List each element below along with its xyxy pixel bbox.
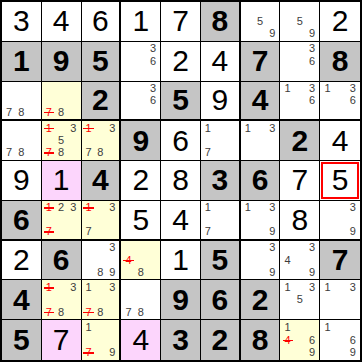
empty-mark-slot xyxy=(346,294,359,306)
candidate-8: 8 xyxy=(94,306,106,318)
cell-r9c6[interactable]: 2 xyxy=(201,320,241,360)
pencil-marks: 13578 xyxy=(43,122,80,159)
cell-r2c5[interactable]: 2 xyxy=(161,42,201,82)
solved-digit: 4 xyxy=(211,46,228,76)
cell-r1c1[interactable]: 3 xyxy=(2,2,42,42)
candidate-digit: 8 xyxy=(97,147,103,158)
given-digit: 6 xyxy=(252,165,269,195)
eliminated-candidate-digit: 7 xyxy=(46,226,52,237)
empty-mark-slot xyxy=(28,147,40,159)
pencil-marks: 36 xyxy=(122,43,159,80)
cell-r3c3[interactable]: 2 xyxy=(82,82,122,122)
candidate-digit: 1 xyxy=(324,282,330,293)
candidate-6: 6 xyxy=(306,334,318,347)
solved-digit: 9 xyxy=(13,165,30,195)
empty-mark-slot xyxy=(106,306,118,318)
candidate-4: 4 xyxy=(281,254,293,266)
candidate-digit: 3 xyxy=(269,202,275,213)
candidate-3: 3 xyxy=(306,242,318,254)
placed-digit: 7 xyxy=(53,325,70,355)
candidate-digit: 3 xyxy=(350,202,356,213)
pencil-marks: 36 xyxy=(122,83,159,119)
empty-mark-slot xyxy=(281,28,293,40)
candidate-7: 7 xyxy=(83,226,95,238)
candidate-digit: 3 xyxy=(269,242,275,253)
empty-mark-slot xyxy=(281,266,293,278)
candidate-7: 7 xyxy=(83,147,95,159)
solved-digit: 3 xyxy=(13,6,30,36)
cell-r6c3[interactable]: 137 xyxy=(82,201,122,241)
given-digit: 3 xyxy=(172,325,189,355)
given-digit: 7 xyxy=(252,46,269,76)
empty-mark-slot xyxy=(294,28,306,40)
empty-mark-slot xyxy=(321,106,334,118)
cell-r4c4[interactable]: 9 xyxy=(121,121,161,161)
cell-r5c8[interactable]: 7 xyxy=(280,161,320,201)
candidate-digit: 3 xyxy=(150,83,156,94)
candidate-digit: 7 xyxy=(6,147,12,158)
candidate-digit: 6 xyxy=(309,335,315,346)
given-digit: 9 xyxy=(172,285,189,315)
pencil-marks: 1378 xyxy=(83,122,119,159)
cell-r7c9[interactable]: 7 xyxy=(320,241,360,281)
empty-mark-slot xyxy=(214,147,226,159)
candidate-1: 1 xyxy=(321,83,334,95)
empty-mark-slot xyxy=(135,55,147,67)
empty-mark-slot xyxy=(226,147,238,159)
cell-r1c6[interactable]: 8 xyxy=(201,2,241,42)
empty-mark-slot xyxy=(294,3,306,15)
empty-mark-slot xyxy=(294,254,306,266)
candidate-digit: 3 xyxy=(70,202,76,213)
cell-r9c8[interactable]: 1469 xyxy=(280,320,320,360)
empty-mark-slot xyxy=(281,294,293,306)
candidate-8: 8 xyxy=(15,147,27,159)
eliminated-candidate-1: 1 xyxy=(43,202,55,214)
pencil-marks: 1469 xyxy=(281,321,318,359)
solved-digit: 8 xyxy=(172,165,189,195)
cell-r7c4[interactable]: 48 xyxy=(121,241,161,281)
empty-mark-slot xyxy=(28,83,40,95)
cell-r8c8[interactable]: 135 xyxy=(280,280,320,320)
candidate-3: 3 xyxy=(266,122,278,134)
empty-mark-slot xyxy=(135,242,147,254)
candidate-digit: 1 xyxy=(205,202,211,213)
cell-r8c7[interactable]: 2 xyxy=(241,280,281,320)
candidate-digit: 7 xyxy=(85,226,91,237)
empty-mark-slot xyxy=(147,266,159,278)
candidate-digit: 7 xyxy=(6,107,12,118)
candidate-digit: 8 xyxy=(138,307,144,318)
empty-mark-slot xyxy=(294,266,306,278)
empty-mark-slot xyxy=(321,306,334,318)
candidate-2: 2 xyxy=(55,202,67,214)
empty-mark-slot xyxy=(254,28,266,40)
cell-r5c2[interactable]: 1 xyxy=(42,161,82,201)
candidate-digit: 9 xyxy=(309,267,315,278)
candidate-1: 1 xyxy=(242,122,254,134)
cell-r1c4[interactable]: 1 xyxy=(121,2,161,42)
empty-mark-slot xyxy=(28,94,40,106)
pencil-marks: 135 xyxy=(281,281,318,318)
candidate-digit: 8 xyxy=(58,307,64,318)
pencil-marks: 59 xyxy=(281,3,318,40)
given-digit: 5 xyxy=(172,85,189,115)
empty-mark-slot xyxy=(346,214,359,226)
solved-digit: 7 xyxy=(172,6,189,36)
empty-mark-slot xyxy=(346,321,359,334)
candidate-5: 5 xyxy=(254,15,266,27)
candidate-digit: 1 xyxy=(85,322,91,333)
cell-r6c4[interactable]: 5 xyxy=(121,201,161,241)
cell-r8c4[interactable]: 78 xyxy=(121,280,161,320)
cell-r7c8[interactable]: 349 xyxy=(280,241,320,281)
cell-r4c6[interactable]: 17 xyxy=(201,121,241,161)
cell-r2c8[interactable]: 36 xyxy=(280,42,320,82)
empty-mark-slot xyxy=(254,3,266,15)
empty-mark-slot xyxy=(135,67,147,79)
cell-r7c3[interactable]: 389 xyxy=(82,241,122,281)
eliminated-candidate-digit: 1 xyxy=(85,202,91,213)
cell-r1c8[interactable]: 59 xyxy=(280,2,320,42)
cell-r8c3[interactable]: 1378 xyxy=(82,280,122,320)
empty-mark-slot xyxy=(294,43,306,55)
empty-mark-slot xyxy=(135,281,147,293)
pencil-marks: 13 xyxy=(321,281,359,318)
empty-mark-slot xyxy=(242,214,254,226)
cell-r8c2[interactable]: 1378 xyxy=(42,280,82,320)
empty-mark-slot xyxy=(202,214,214,226)
empty-mark-slot xyxy=(306,294,318,306)
pencil-marks: 1378 xyxy=(83,281,119,318)
given-digit: 2 xyxy=(92,85,109,115)
cell-r9c9[interactable]: 169 xyxy=(320,320,360,360)
cell-r6c7[interactable]: 139 xyxy=(241,201,281,241)
candidate-digit: 1 xyxy=(285,282,291,293)
eliminated-candidate-1: 1 xyxy=(43,122,55,134)
empty-mark-slot xyxy=(55,94,67,106)
empty-mark-slot xyxy=(254,254,266,266)
solved-digit: 8 xyxy=(291,205,308,235)
cell-r5c9[interactable]: 5 xyxy=(320,161,360,201)
candidate-9: 9 xyxy=(266,226,278,238)
cell-r2c6[interactable]: 4 xyxy=(201,42,241,82)
cell-r4c8[interactable]: 2 xyxy=(280,121,320,161)
empty-mark-slot xyxy=(43,294,55,306)
candidate-6: 6 xyxy=(346,94,359,106)
candidate-5: 5 xyxy=(294,15,306,27)
candidate-digit: 9 xyxy=(350,226,356,237)
empty-mark-slot xyxy=(334,321,347,334)
given-digit: 6 xyxy=(211,285,228,315)
cell-r1c9[interactable]: 2 xyxy=(320,2,360,42)
cell-r2c9[interactable]: 8 xyxy=(320,42,360,82)
empty-mark-slot xyxy=(106,147,118,159)
candidate-7: 7 xyxy=(3,106,15,118)
cell-r5c6[interactable]: 3 xyxy=(201,161,241,201)
given-digit: 9 xyxy=(132,126,149,156)
empty-mark-slot xyxy=(94,214,106,226)
cell-r3c6[interactable]: 9 xyxy=(201,82,241,122)
empty-mark-slot xyxy=(321,202,334,214)
cell-r6c8[interactable]: 8 xyxy=(280,201,320,241)
eliminated-candidate-digit: 1 xyxy=(46,202,52,213)
cell-r4c5[interactable]: 6 xyxy=(161,121,201,161)
empty-mark-slot xyxy=(122,55,134,67)
pencil-marks: 169 xyxy=(321,321,359,359)
candidate-3: 3 xyxy=(106,122,118,134)
cell-r4c2[interactable]: 13578 xyxy=(42,121,82,161)
cell-r9c3[interactable]: 179 xyxy=(82,320,122,360)
candidate-1: 1 xyxy=(321,281,334,293)
empty-mark-slot xyxy=(254,242,266,254)
empty-mark-slot xyxy=(106,214,118,226)
candidate-9: 9 xyxy=(106,266,118,278)
cell-r7c1[interactable]: 2 xyxy=(2,241,42,281)
solved-digit: 2 xyxy=(132,165,149,195)
candidate-digit: 6 xyxy=(309,95,315,106)
cell-r6c9[interactable]: 39 xyxy=(320,201,360,241)
candidate-1: 1 xyxy=(202,202,214,214)
given-digit: 5 xyxy=(92,46,109,76)
pencil-marks: 349 xyxy=(281,242,318,279)
cell-r9c1[interactable]: 5 xyxy=(2,320,42,360)
empty-mark-slot xyxy=(135,43,147,55)
candidate-digit: 8 xyxy=(18,147,24,158)
cell-r2c4[interactable]: 36 xyxy=(121,42,161,82)
cell-r1c3[interactable]: 6 xyxy=(82,2,122,42)
candidate-digit: 9 xyxy=(109,267,115,278)
cell-r4c9[interactable]: 4 xyxy=(320,121,360,161)
empty-mark-slot xyxy=(281,346,293,359)
empty-mark-slot xyxy=(242,226,254,238)
pencil-marks: 39 xyxy=(242,242,279,279)
empty-mark-slot xyxy=(55,226,67,238)
empty-mark-slot xyxy=(43,214,55,226)
empty-mark-slot xyxy=(214,226,226,238)
empty-mark-slot xyxy=(321,294,334,306)
cell-r3c7[interactable]: 4 xyxy=(241,82,281,122)
empty-mark-slot xyxy=(294,242,306,254)
empty-mark-slot xyxy=(3,135,15,147)
empty-mark-slot xyxy=(135,83,147,95)
empty-mark-slot xyxy=(254,202,266,214)
candidate-digit: 1 xyxy=(324,322,330,333)
empty-mark-slot xyxy=(83,266,95,278)
empty-mark-slot xyxy=(321,94,334,106)
empty-mark-slot xyxy=(281,306,293,318)
eliminated-candidate-digit: 4 xyxy=(125,255,131,266)
eliminated-candidate-7: 7 xyxy=(83,306,95,318)
empty-mark-slot xyxy=(294,83,306,95)
pencil-marks: 59 xyxy=(242,3,279,40)
eliminated-candidate-7: 7 xyxy=(43,226,55,238)
empty-mark-slot xyxy=(106,254,118,266)
empty-mark-slot xyxy=(226,214,238,226)
empty-mark-slot xyxy=(321,214,334,226)
cell-r5c4[interactable]: 2 xyxy=(121,161,161,201)
eliminated-candidate-4: 4 xyxy=(281,334,293,347)
cell-r9c5[interactable]: 3 xyxy=(161,320,201,360)
cell-r1c2[interactable]: 4 xyxy=(42,2,82,42)
solved-digit: 2 xyxy=(13,245,30,275)
empty-mark-slot xyxy=(334,281,347,293)
cell-r5c5[interactable]: 8 xyxy=(161,161,201,201)
candidate-8: 8 xyxy=(55,106,67,118)
cell-r2c2[interactable]: 9 xyxy=(42,42,82,82)
cell-r5c1[interactable]: 9 xyxy=(2,161,42,201)
candidate-digit: 6 xyxy=(150,95,156,106)
eliminated-candidate-7: 7 xyxy=(43,306,55,318)
candidate-8: 8 xyxy=(94,147,106,159)
cell-r3c9[interactable]: 136 xyxy=(320,82,360,122)
empty-mark-slot xyxy=(55,281,67,293)
cell-r2c1[interactable]: 1 xyxy=(2,42,42,82)
pencil-marks: 78 xyxy=(3,122,40,159)
candidate-digit: 3 xyxy=(269,123,275,134)
eliminated-candidate-digit: 7 xyxy=(46,107,52,118)
cell-r3c5[interactable]: 5 xyxy=(161,82,201,122)
candidate-1: 1 xyxy=(281,281,293,293)
solved-digit: 2 xyxy=(332,6,349,36)
solved-digit: 1 xyxy=(172,245,189,275)
cell-r8c9[interactable]: 13 xyxy=(320,280,360,320)
empty-mark-slot xyxy=(306,254,318,266)
placed-digit: 4 xyxy=(132,325,149,355)
empty-mark-slot xyxy=(83,294,95,306)
empty-mark-slot xyxy=(94,135,106,147)
candidate-digit: 7 xyxy=(125,307,131,318)
empty-mark-slot xyxy=(306,67,318,79)
eliminated-candidate-digit: 1 xyxy=(46,282,52,293)
cell-r3c4[interactable]: 36 xyxy=(121,82,161,122)
cell-r4c1[interactable]: 78 xyxy=(2,121,42,161)
empty-mark-slot xyxy=(266,15,278,27)
given-digit: 8 xyxy=(332,46,349,76)
candidate-digit: 8 xyxy=(97,267,103,278)
candidate-7: 7 xyxy=(202,147,214,159)
empty-mark-slot xyxy=(281,94,293,106)
solved-digit: 5 xyxy=(132,205,149,235)
empty-mark-slot xyxy=(346,306,359,318)
candidate-digit: 3 xyxy=(70,282,76,293)
cell-r3c8[interactable]: 136 xyxy=(280,82,320,122)
cell-r3c2[interactable]: 78 xyxy=(42,82,82,122)
cell-r9c7[interactable]: 8 xyxy=(241,320,281,360)
cell-r4c7[interactable]: 13 xyxy=(241,121,281,161)
given-digit: 4 xyxy=(92,165,109,195)
empty-mark-slot xyxy=(334,346,347,359)
candidate-9: 9 xyxy=(266,266,278,278)
eliminated-candidate-digit: 4 xyxy=(285,335,291,346)
empty-mark-slot xyxy=(334,294,347,306)
candidate-3: 3 xyxy=(106,242,118,254)
candidate-digit: 6 xyxy=(150,56,156,67)
cell-r1c5[interactable]: 7 xyxy=(161,2,201,42)
cell-r6c6[interactable]: 17 xyxy=(201,201,241,241)
cell-r7c7[interactable]: 39 xyxy=(241,241,281,281)
empty-mark-slot xyxy=(135,94,147,106)
empty-mark-slot xyxy=(67,226,79,238)
pencil-marks: 78 xyxy=(43,83,80,119)
candidate-9: 9 xyxy=(306,28,318,40)
cell-r7c5[interactable]: 1 xyxy=(161,241,201,281)
empty-mark-slot xyxy=(122,83,134,95)
cell-r4c3[interactable]: 1378 xyxy=(82,121,122,161)
given-digit: 7 xyxy=(332,245,349,275)
empty-mark-slot xyxy=(106,135,118,147)
candidate-digit: 7 xyxy=(85,147,91,158)
empty-mark-slot xyxy=(294,55,306,67)
cell-r6c1[interactable]: 6 xyxy=(2,201,42,241)
empty-mark-slot xyxy=(83,334,95,347)
candidate-digit: 9 xyxy=(269,267,275,278)
empty-mark-slot xyxy=(294,281,306,293)
empty-mark-slot xyxy=(242,242,254,254)
candidate-3: 3 xyxy=(346,202,359,214)
candidate-digit: 3 xyxy=(350,83,356,94)
empty-mark-slot xyxy=(67,214,79,226)
cell-r9c4[interactable]: 4 xyxy=(121,320,161,360)
empty-mark-slot xyxy=(226,135,238,147)
empty-mark-slot xyxy=(55,122,67,134)
empty-mark-slot xyxy=(281,242,293,254)
cell-r6c5[interactable]: 4 xyxy=(161,201,201,241)
candidate-3: 3 xyxy=(306,83,318,95)
cell-r2c7[interactable]: 7 xyxy=(241,42,281,82)
empty-mark-slot xyxy=(147,306,159,318)
pencil-marks: 1237 xyxy=(43,202,80,238)
cell-r5c3[interactable]: 4 xyxy=(82,161,122,201)
empty-mark-slot xyxy=(94,334,106,347)
cell-r6c2[interactable]: 1237 xyxy=(42,201,82,241)
candidate-3: 3 xyxy=(266,242,278,254)
candidate-8: 8 xyxy=(135,266,147,278)
empty-mark-slot xyxy=(28,122,40,134)
cell-r9c2[interactable]: 7 xyxy=(42,320,82,360)
pencil-marks: 1378 xyxy=(43,281,80,318)
cell-r8c6[interactable]: 6 xyxy=(201,280,241,320)
empty-mark-slot xyxy=(67,147,79,159)
empty-mark-slot xyxy=(334,334,347,347)
cell-r5c7[interactable]: 6 xyxy=(241,161,281,201)
empty-mark-slot xyxy=(334,106,347,118)
empty-mark-slot xyxy=(254,214,266,226)
empty-mark-slot xyxy=(94,321,106,334)
candidate-digit: 9 xyxy=(350,347,356,358)
candidate-digit: 1 xyxy=(285,322,291,333)
cell-r8c1[interactable]: 4 xyxy=(2,280,42,320)
empty-mark-slot xyxy=(94,281,106,293)
cell-r7c6[interactable]: 5 xyxy=(201,241,241,281)
empty-mark-slot xyxy=(122,281,134,293)
empty-mark-slot xyxy=(321,346,334,359)
cell-r2c3[interactable]: 5 xyxy=(82,42,122,82)
candidate-1: 1 xyxy=(281,321,293,334)
empty-mark-slot xyxy=(122,94,134,106)
given-digit: 4 xyxy=(252,85,269,115)
empty-mark-slot xyxy=(122,43,134,55)
cell-r3c1[interactable]: 78 xyxy=(2,82,42,122)
cell-r8c5[interactable]: 9 xyxy=(161,280,201,320)
candidate-digit: 1 xyxy=(85,282,91,293)
cell-r1c7[interactable]: 59 xyxy=(241,2,281,42)
candidate-1: 1 xyxy=(242,202,254,214)
empty-mark-slot xyxy=(135,254,147,266)
empty-mark-slot xyxy=(147,281,159,293)
solved-digit: 4 xyxy=(172,205,189,235)
cell-r7c2[interactable]: 6 xyxy=(42,241,82,281)
